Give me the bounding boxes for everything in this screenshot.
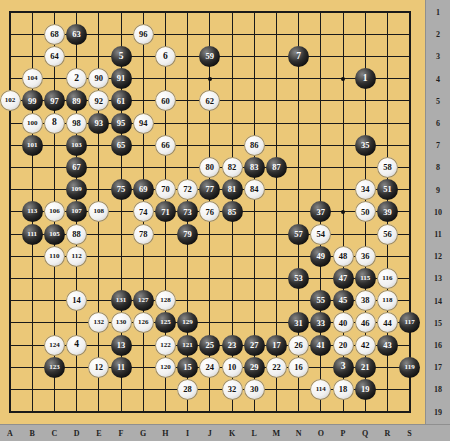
move-number: 23: [228, 341, 237, 350]
stone-black-43: 43: [377, 335, 398, 356]
stone-white-84: 84: [244, 179, 265, 200]
stone-white-42: 42: [355, 335, 376, 356]
stone-black-19: 19: [355, 379, 376, 400]
move-number: 57: [294, 230, 303, 239]
stone-black-23: 23: [222, 335, 243, 356]
row-label-18: 18: [427, 385, 449, 394]
move-number: 98: [72, 119, 81, 128]
move-number: 81: [228, 185, 237, 194]
col-label-K: K: [226, 429, 238, 438]
stone-black-91: 91: [111, 68, 132, 89]
move-number: 109: [71, 186, 82, 193]
stone-black-49: 49: [310, 246, 331, 267]
stone-black-3: 3: [333, 357, 354, 378]
stone-black-51: 51: [377, 179, 398, 200]
col-label-I: I: [182, 429, 194, 438]
row-label-1: 1: [427, 8, 449, 17]
move-number: 47: [339, 274, 348, 283]
stone-white-96: 96: [133, 24, 154, 45]
move-number: 125: [160, 319, 171, 326]
stone-white-56: 56: [377, 224, 398, 245]
move-number: 2: [74, 74, 79, 84]
move-number: 59: [206, 52, 215, 61]
move-number: 106: [49, 208, 60, 215]
move-number: 35: [361, 141, 370, 150]
move-number: 80: [206, 163, 215, 172]
move-number: 93: [95, 119, 104, 128]
row-label-13: 13: [427, 274, 449, 283]
move-number: 77: [206, 185, 215, 194]
stone-black-127: 127: [133, 290, 154, 311]
move-number: 3: [341, 362, 346, 372]
move-number: 16: [294, 363, 303, 372]
col-label-N: N: [293, 429, 305, 438]
star-point: [341, 77, 345, 81]
move-number: 37: [317, 208, 326, 217]
move-number: 28: [183, 385, 192, 394]
stone-white-86: 86: [244, 135, 265, 156]
move-number: 14: [72, 296, 81, 305]
stone-black-1: 1: [355, 68, 376, 89]
move-number: 15: [183, 363, 192, 372]
move-number: 72: [183, 185, 192, 194]
stone-white-98: 98: [66, 113, 87, 134]
move-number: 17: [272, 341, 281, 350]
move-number: 20: [339, 341, 348, 350]
move-number: 110: [49, 253, 59, 260]
stone-black-7: 7: [288, 46, 309, 67]
move-number: 103: [71, 142, 82, 149]
stone-black-87: 87: [266, 157, 287, 178]
row-label-19: 19: [427, 408, 449, 417]
stone-black-47: 47: [333, 268, 354, 289]
move-number: 29: [250, 363, 259, 372]
move-number: 127: [138, 297, 149, 304]
move-number: 39: [383, 208, 392, 217]
move-number: 62: [206, 97, 215, 106]
stone-white-48: 48: [333, 246, 354, 267]
stone-black-103: 103: [66, 135, 87, 156]
row-label-6: 6: [427, 119, 449, 128]
move-number: 126: [138, 319, 149, 326]
row-label-16: 16: [427, 341, 449, 350]
stone-black-75: 75: [111, 179, 132, 200]
stone-black-101: 101: [22, 135, 43, 156]
col-label-M: M: [270, 429, 282, 438]
move-number: 78: [139, 230, 148, 239]
col-label-R: R: [381, 429, 393, 438]
move-number: 121: [182, 342, 193, 349]
stone-black-27: 27: [244, 335, 265, 356]
move-number: 73: [183, 208, 192, 217]
move-number: 105: [49, 231, 60, 238]
move-number: 132: [94, 319, 105, 326]
stone-black-121: 121: [177, 335, 198, 356]
stone-white-126: 126: [133, 312, 154, 333]
stone-black-21: 21: [355, 357, 376, 378]
move-number: 24: [206, 363, 215, 372]
move-number: 97: [50, 97, 59, 106]
stone-white-16: 16: [288, 357, 309, 378]
move-number: 12: [95, 363, 104, 372]
row-label-7: 7: [427, 141, 449, 150]
move-number: 25: [206, 341, 215, 350]
move-number: 5: [119, 52, 124, 62]
stone-black-95: 95: [111, 113, 132, 134]
stone-black-99: 99: [22, 90, 43, 111]
stone-white-78: 78: [133, 224, 154, 245]
go-kifu-diagram: 1234567810111213141516171819202122232425…: [0, 0, 450, 441]
move-number: 31: [294, 319, 303, 328]
move-number: 65: [117, 141, 126, 150]
move-number: 118: [382, 297, 392, 304]
move-number: 18: [339, 385, 348, 394]
move-number: 19: [361, 385, 370, 394]
stone-white-4: 4: [66, 335, 87, 356]
move-number: 66: [161, 141, 170, 150]
stone-white-32: 32: [222, 379, 243, 400]
row-label-15: 15: [427, 319, 449, 328]
move-number: 13: [117, 341, 126, 350]
stone-white-12: 12: [88, 357, 109, 378]
stone-white-74: 74: [133, 201, 154, 222]
move-number: 96: [139, 30, 148, 39]
col-label-L: L: [248, 429, 260, 438]
stone-black-45: 45: [333, 290, 354, 311]
col-label-D: D: [71, 429, 83, 438]
move-number: 88: [72, 230, 81, 239]
col-label-A: A: [4, 429, 16, 438]
stone-black-53: 53: [288, 268, 309, 289]
stone-white-100: 100: [22, 113, 43, 134]
stone-white-58: 58: [377, 157, 398, 178]
move-number: 32: [228, 385, 237, 394]
stone-white-110: 110: [44, 246, 65, 267]
stone-black-115: 115: [355, 268, 376, 289]
col-label-J: J: [204, 429, 216, 438]
move-number: 7: [296, 52, 301, 62]
stone-white-94: 94: [133, 113, 154, 134]
stone-white-88: 88: [66, 224, 87, 245]
stone-black-105: 105: [44, 224, 65, 245]
row-label-9: 9: [427, 186, 449, 195]
move-number: 46: [361, 319, 370, 328]
col-label-B: B: [26, 429, 38, 438]
move-number: 43: [383, 341, 392, 350]
move-number: 108: [94, 208, 105, 215]
move-number: 41: [317, 341, 326, 350]
move-number: 63: [72, 30, 81, 39]
move-number: 69: [139, 185, 148, 194]
row-label-2: 2: [427, 30, 449, 39]
move-number: 53: [294, 274, 303, 283]
move-number: 111: [27, 231, 37, 238]
stone-black-25: 25: [199, 335, 220, 356]
col-label-G: G: [137, 429, 149, 438]
move-number: 99: [28, 97, 37, 106]
move-number: 10: [228, 363, 237, 372]
stone-white-130: 130: [111, 312, 132, 333]
move-number: 107: [71, 208, 82, 215]
stone-black-63: 63: [66, 24, 87, 45]
stone-black-5: 5: [111, 46, 132, 67]
move-number: 27: [250, 341, 259, 350]
col-label-P: P: [337, 429, 349, 438]
stone-white-38: 38: [355, 290, 376, 311]
stone-white-34: 34: [355, 179, 376, 200]
move-number: 123: [49, 364, 60, 371]
move-number: 56: [383, 230, 392, 239]
move-number: 79: [183, 230, 192, 239]
stone-black-111: 111: [22, 224, 43, 245]
move-number: 100: [27, 120, 38, 127]
move-number: 116: [382, 275, 392, 282]
row-label-4: 4: [427, 75, 449, 84]
stone-white-24: 24: [199, 357, 220, 378]
stone-white-66: 66: [155, 135, 176, 156]
stone-black-61: 61: [111, 90, 132, 111]
stone-white-128: 128: [155, 290, 176, 311]
row-label-12: 12: [427, 252, 449, 261]
col-label-O: O: [315, 429, 327, 438]
stone-white-26: 26: [288, 335, 309, 356]
move-number: 115: [360, 275, 370, 282]
col-label-S: S: [404, 429, 416, 438]
move-number: 38: [361, 296, 370, 305]
move-number: 54: [317, 230, 326, 239]
move-number: 21: [361, 363, 370, 372]
stone-white-118: 118: [377, 290, 398, 311]
move-number: 48: [339, 252, 348, 261]
move-number: 84: [250, 185, 259, 194]
stone-white-28: 28: [177, 379, 198, 400]
row-label-8: 8: [427, 163, 449, 172]
stone-black-57: 57: [288, 224, 309, 245]
move-number: 92: [95, 97, 104, 106]
col-label-H: H: [159, 429, 171, 438]
move-number: 36: [361, 252, 370, 261]
stone-white-102: 102: [0, 90, 21, 111]
move-number: 76: [206, 208, 215, 217]
move-number: 68: [50, 30, 59, 39]
stone-white-68: 68: [44, 24, 65, 45]
move-number: 122: [160, 342, 171, 349]
move-number: 86: [250, 141, 259, 150]
move-number: 6: [163, 52, 168, 62]
move-number: 119: [405, 364, 415, 371]
stone-white-30: 30: [244, 379, 265, 400]
col-label-F: F: [115, 429, 127, 438]
move-number: 102: [5, 97, 16, 104]
move-number: 30: [250, 385, 259, 394]
stone-white-116: 116: [377, 268, 398, 289]
col-label-Q: Q: [359, 429, 371, 438]
move-number: 55: [317, 296, 326, 305]
stone-black-85: 85: [222, 201, 243, 222]
move-number: 114: [316, 386, 326, 393]
move-number: 61: [117, 97, 126, 106]
stone-white-10: 10: [222, 357, 243, 378]
col-label-E: E: [93, 429, 105, 438]
stone-black-79: 79: [177, 224, 198, 245]
stone-black-17: 17: [266, 335, 287, 356]
stone-black-81: 81: [222, 179, 243, 200]
star-point: [341, 210, 345, 214]
stone-black-83: 83: [244, 157, 265, 178]
move-number: 82: [228, 163, 237, 172]
move-number: 34: [361, 185, 370, 194]
stone-white-70: 70: [155, 179, 176, 200]
move-number: 40: [339, 319, 348, 328]
move-number: 112: [72, 253, 82, 260]
stone-white-8: 8: [44, 113, 65, 134]
move-number: 4: [74, 340, 79, 350]
move-number: 83: [250, 163, 259, 172]
move-number: 67: [72, 163, 81, 172]
stone-black-65: 65: [111, 135, 132, 156]
move-number: 113: [27, 208, 37, 215]
stone-white-120: 120: [155, 357, 176, 378]
move-number: 44: [383, 319, 392, 328]
move-number: 91: [117, 74, 126, 83]
stone-black-13: 13: [111, 335, 132, 356]
stone-black-113: 113: [22, 201, 43, 222]
stone-black-15: 15: [177, 357, 198, 378]
row-label-17: 17: [427, 363, 449, 372]
stone-white-22: 22: [266, 357, 287, 378]
move-number: 124: [49, 342, 60, 349]
stone-white-40: 40: [333, 312, 354, 333]
stone-white-6: 6: [155, 46, 176, 67]
stone-white-36: 36: [355, 246, 376, 267]
stone-black-29: 29: [244, 357, 265, 378]
move-number: 45: [339, 296, 348, 305]
move-number: 70: [161, 185, 170, 194]
move-number: 49: [317, 252, 326, 261]
move-number: 117: [405, 319, 415, 326]
move-number: 1: [363, 74, 368, 84]
stone-white-122: 122: [155, 335, 176, 356]
move-number: 85: [228, 208, 237, 217]
col-label-C: C: [48, 429, 60, 438]
stone-black-93: 93: [88, 113, 109, 134]
move-number: 120: [160, 364, 171, 371]
stone-black-35: 35: [355, 135, 376, 156]
row-label-11: 11: [427, 230, 449, 239]
row-label-5: 5: [427, 97, 449, 106]
move-number: 131: [116, 297, 127, 304]
move-number: 129: [182, 319, 193, 326]
move-number: 26: [294, 341, 303, 350]
star-point: [208, 77, 212, 81]
move-number: 89: [72, 97, 81, 106]
stone-white-64: 64: [44, 46, 65, 67]
stone-black-11: 11: [111, 357, 132, 378]
row-label-3: 3: [427, 52, 449, 61]
move-number: 87: [272, 163, 281, 172]
stone-black-119: 119: [399, 357, 420, 378]
move-number: 22: [272, 363, 281, 372]
move-number: 74: [139, 208, 148, 217]
stone-white-104: 104: [22, 68, 43, 89]
move-number: 8: [52, 118, 57, 128]
move-number: 42: [361, 341, 370, 350]
move-number: 90: [95, 74, 104, 83]
stone-white-54: 54: [310, 224, 331, 245]
stone-white-82: 82: [222, 157, 243, 178]
stone-white-18: 18: [333, 379, 354, 400]
stone-white-112: 112: [66, 246, 87, 267]
row-label-14: 14: [427, 297, 449, 306]
row-label-10: 10: [427, 208, 449, 217]
move-number: 64: [50, 52, 59, 61]
stone-white-20: 20: [333, 335, 354, 356]
move-number: 58: [383, 163, 392, 172]
move-number: 50: [361, 208, 370, 217]
move-number: 101: [27, 142, 38, 149]
stone-white-50: 50: [355, 201, 376, 222]
move-number: 11: [117, 363, 125, 372]
stone-black-131: 131: [111, 290, 132, 311]
move-number: 75: [117, 185, 126, 194]
move-number: 51: [383, 185, 392, 194]
stone-black-69: 69: [133, 179, 154, 200]
move-number: 71: [161, 208, 170, 217]
stone-white-124: 124: [44, 335, 65, 356]
stone-black-41: 41: [310, 335, 331, 356]
move-number: 94: [139, 119, 148, 128]
stone-white-46: 46: [355, 312, 376, 333]
stone-black-67: 67: [66, 157, 87, 178]
move-number: 33: [317, 319, 326, 328]
stone-black-123: 123: [44, 357, 65, 378]
move-number: 130: [116, 319, 127, 326]
row-label-strip: [425, 0, 450, 441]
move-number: 95: [117, 119, 126, 128]
move-number: 60: [161, 97, 170, 106]
move-number: 128: [160, 297, 171, 304]
move-number: 104: [27, 75, 38, 82]
